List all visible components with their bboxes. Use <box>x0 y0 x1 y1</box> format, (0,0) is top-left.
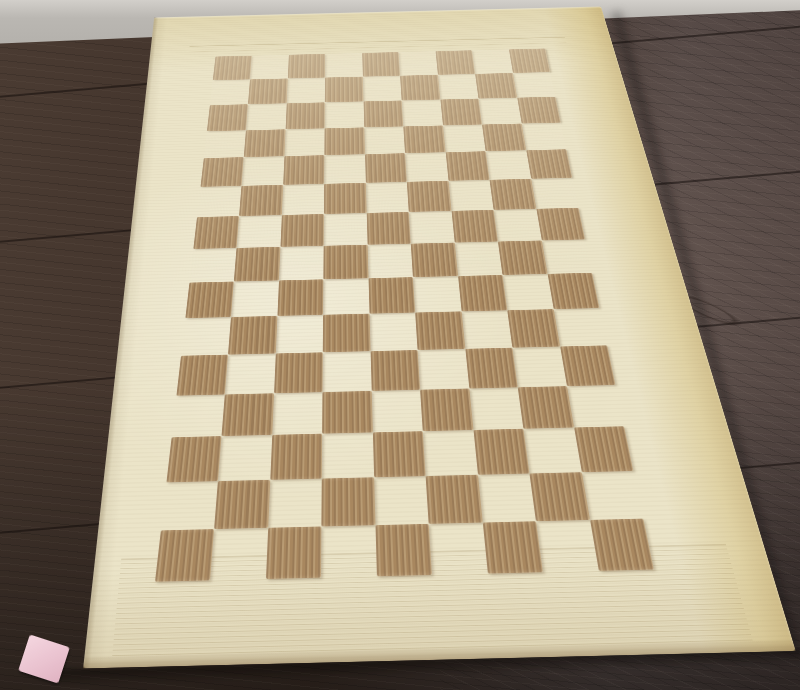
board-cell <box>280 214 324 247</box>
board-cell <box>411 243 458 277</box>
board-cell <box>458 275 508 311</box>
board-cell <box>266 527 322 579</box>
board-cell <box>279 246 324 281</box>
board-cell <box>237 215 282 248</box>
board-cell <box>248 78 287 104</box>
board-cell <box>413 276 461 312</box>
board-cell <box>166 436 221 482</box>
board-cell <box>239 185 283 216</box>
board-cell <box>200 157 244 187</box>
board-cell <box>536 208 585 241</box>
board-cell <box>282 184 325 215</box>
board-cell <box>530 472 590 521</box>
board-cell <box>494 209 542 242</box>
board-cell <box>325 77 363 103</box>
board-cell <box>560 345 616 386</box>
board-cell <box>403 125 445 153</box>
board-cell <box>234 247 280 282</box>
board-cell <box>370 350 420 391</box>
board-cell <box>321 525 376 577</box>
board-cell <box>367 244 413 279</box>
board-cell <box>214 480 270 529</box>
board-cell <box>367 212 411 245</box>
board-cell <box>324 245 369 280</box>
board-cell <box>465 347 518 388</box>
board-cell <box>541 239 591 273</box>
board-cell <box>448 180 493 211</box>
board-cell <box>507 309 559 347</box>
board-cell <box>371 389 422 432</box>
board-cell <box>435 50 475 74</box>
board-cell <box>531 178 579 209</box>
board-cell <box>285 102 325 129</box>
board-cell <box>324 213 368 246</box>
board-cell <box>210 79 250 105</box>
board-cell <box>288 54 326 79</box>
board-cell <box>375 524 432 576</box>
board-3d-scene <box>0 0 800 690</box>
board-cell <box>322 433 374 479</box>
board-cell <box>490 179 536 210</box>
board-cell <box>469 387 523 430</box>
board-cell <box>369 312 417 351</box>
distance-haze <box>155 48 654 581</box>
board-cell <box>363 76 402 102</box>
board-cell <box>161 481 218 530</box>
board-cell <box>475 73 517 99</box>
board-cell <box>482 521 543 573</box>
checkerboard <box>155 48 654 581</box>
board-cell <box>231 280 279 317</box>
board-cell <box>213 56 252 81</box>
board-cell <box>189 248 236 283</box>
board-cell <box>567 385 624 428</box>
board-cell <box>185 281 234 318</box>
board-cell <box>155 529 214 582</box>
board-cell <box>405 152 448 182</box>
board-cell <box>322 391 372 434</box>
board-cell <box>274 352 323 393</box>
board-cell <box>521 122 566 150</box>
board-cell <box>478 98 521 125</box>
board-cell <box>204 130 246 158</box>
board-cell <box>218 435 272 481</box>
board-cell <box>287 77 326 103</box>
board-cell <box>547 273 599 309</box>
board-cell <box>454 242 502 276</box>
board-cell <box>486 150 531 179</box>
board-cell <box>590 519 654 571</box>
board-cell <box>438 74 479 100</box>
board-cell <box>574 427 634 473</box>
board-cell <box>322 477 376 526</box>
board-cell <box>228 316 277 355</box>
board-cell <box>283 155 325 185</box>
board-cell <box>472 49 513 73</box>
board-cell <box>509 48 551 72</box>
board-cell <box>193 216 239 249</box>
board-cell <box>364 126 405 154</box>
board-cell <box>365 153 407 183</box>
board-cell <box>244 129 285 157</box>
board-cell <box>429 523 488 575</box>
board-cell <box>207 104 248 131</box>
board-cell <box>324 154 365 184</box>
board-cell <box>418 349 469 390</box>
board-cell <box>325 53 362 78</box>
board-cell <box>210 528 268 580</box>
board-cell <box>523 428 581 474</box>
board-cell <box>222 393 274 436</box>
camera-tilt <box>0 0 800 690</box>
board-cell <box>482 123 526 151</box>
board-cell <box>536 520 598 572</box>
board-cell <box>276 315 324 354</box>
board-cell <box>181 317 231 356</box>
board-cell <box>399 51 438 75</box>
board-cell <box>324 183 366 214</box>
board-cell <box>478 474 536 523</box>
board-cell <box>270 434 322 480</box>
board-cell <box>197 186 242 217</box>
board-cell <box>373 431 426 477</box>
board-cell <box>366 182 409 213</box>
board-cell <box>503 274 554 310</box>
board-cell <box>362 52 400 76</box>
board-cell <box>420 388 473 431</box>
board-cell <box>581 471 643 520</box>
board-cell <box>374 476 429 525</box>
board-cell <box>451 210 498 243</box>
board-cell <box>445 151 489 181</box>
board-cell <box>518 386 574 429</box>
board-cell <box>513 72 556 98</box>
board-cell <box>242 156 285 186</box>
board-cell <box>172 394 226 437</box>
board-cell <box>284 128 324 156</box>
board-cell <box>250 55 289 80</box>
board-cell <box>246 103 286 130</box>
board-cell <box>461 310 512 348</box>
board-cell <box>498 240 547 274</box>
board-cell <box>512 346 566 387</box>
board-cell <box>323 278 369 314</box>
board-cell <box>409 211 455 244</box>
board-cell <box>323 351 372 392</box>
board-cell <box>325 127 365 155</box>
board-cell <box>415 311 465 349</box>
board-cell <box>553 308 607 346</box>
board-cell <box>268 479 322 528</box>
board-cell <box>323 314 370 353</box>
board-cell <box>473 429 529 475</box>
board-cell <box>407 181 451 212</box>
board-cell <box>325 101 364 128</box>
board-cell <box>526 149 572 178</box>
board-cell <box>443 124 486 152</box>
board-cell <box>363 100 403 127</box>
board-cell <box>426 475 483 524</box>
board-cell <box>400 75 440 101</box>
board-cell <box>517 97 561 124</box>
board-cell <box>272 392 323 435</box>
board-cell <box>423 430 478 476</box>
scene-photo <box>0 0 800 690</box>
board-cell <box>368 277 415 313</box>
board-cell <box>225 353 275 394</box>
board-cell <box>277 279 323 315</box>
board-cell <box>402 99 443 126</box>
board-cell <box>176 354 228 395</box>
board-cell <box>440 98 482 125</box>
